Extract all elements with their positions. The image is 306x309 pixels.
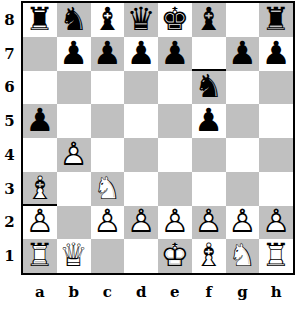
piece-black-pawn[interactable]: ♟︎ (23, 104, 57, 138)
square-g8[interactable] (226, 3, 260, 37)
square-c3[interactable]: ♞︎♘︎ (91, 172, 125, 206)
square-e4[interactable] (158, 138, 192, 172)
square-f2[interactable]: ♟︎♙︎ (192, 206, 226, 240)
square-d8[interactable]: ♛︎ (124, 3, 158, 37)
square-f5[interactable]: ♟︎ (192, 104, 226, 138)
piece-glyph: ♜︎ (26, 3, 55, 35)
piece-outline: ♙︎ (194, 206, 223, 238)
piece-outline: ♗︎ (26, 172, 55, 204)
square-d2[interactable]: ♟︎♙︎ (124, 206, 158, 240)
rank-label-7: 7 (0, 37, 19, 71)
square-h2[interactable]: ♟︎♙︎ (259, 206, 293, 240)
rank-label-3: 3 (0, 172, 19, 206)
square-a4[interactable] (23, 138, 57, 172)
piece-glyph: ♟︎ (228, 37, 257, 69)
piece-outline: ♕︎ (59, 239, 88, 271)
square-f8[interactable]: ♝︎ (192, 3, 226, 37)
piece-white-rook[interactable]: ♜︎♖︎ (259, 239, 293, 273)
square-f3[interactable] (192, 172, 226, 206)
piece-black-pawn[interactable]: ♟︎ (124, 37, 158, 71)
square-b8[interactable]: ♞︎ (57, 3, 91, 37)
square-f1[interactable]: ♝︎♗︎ (192, 239, 226, 273)
square-e2[interactable]: ♟︎♙︎ (158, 206, 192, 240)
piece-black-bishop[interactable]: ♝︎ (91, 3, 125, 37)
piece-black-pawn[interactable]: ♟︎ (57, 37, 91, 71)
file-label-e: e (158, 279, 192, 305)
piece-glyph: ♝︎ (194, 3, 223, 35)
square-d1[interactable] (124, 239, 158, 273)
piece-white-bishop[interactable]: ♝︎♗︎ (23, 172, 57, 206)
piece-glyph: ♜︎ (262, 3, 291, 35)
square-h8[interactable]: ♜︎ (259, 3, 293, 37)
piece-glyph: ♚︎ (161, 3, 190, 35)
square-e3[interactable] (158, 172, 192, 206)
piece-outline: ♗︎ (194, 239, 223, 271)
piece-glyph: ♟︎ (161, 37, 190, 69)
piece-white-pawn[interactable]: ♟︎♙︎ (259, 206, 293, 240)
piece-glyph: ♟︎ (26, 104, 55, 136)
piece-black-pawn[interactable]: ♟︎ (91, 37, 125, 71)
square-c4[interactable] (91, 138, 125, 172)
square-h1[interactable]: ♜︎♖︎ (259, 239, 293, 273)
piece-white-queen[interactable]: ♛︎♕︎ (57, 239, 91, 273)
square-e5[interactable] (158, 104, 192, 138)
square-h6[interactable] (259, 71, 293, 105)
piece-glyph: ♟︎ (93, 37, 122, 69)
square-d5[interactable] (124, 104, 158, 138)
piece-white-bishop[interactable]: ♝︎♗︎ (192, 239, 226, 273)
square-g1[interactable]: ♞︎♘︎ (226, 239, 260, 273)
square-c6[interactable] (91, 71, 125, 105)
square-e6[interactable] (158, 71, 192, 105)
square-c8[interactable]: ♝︎ (91, 3, 125, 37)
piece-outline: ♙︎ (26, 206, 55, 238)
rank-label-2: 2 (0, 206, 19, 240)
square-f4[interactable] (192, 138, 226, 172)
square-g4[interactable] (226, 138, 260, 172)
piece-outline: ♙︎ (262, 206, 291, 238)
piece-glyph: ♟︎ (59, 37, 88, 69)
piece-glyph: ♟︎ (194, 104, 223, 136)
piece-black-rook[interactable]: ♜︎ (23, 3, 57, 37)
square-f7[interactable] (192, 37, 226, 71)
square-h3[interactable] (259, 172, 293, 206)
piece-glyph: ♞︎ (59, 3, 88, 35)
rank-label-8: 8 (0, 3, 19, 37)
piece-outline: ♖︎ (262, 239, 291, 271)
square-b5[interactable] (57, 104, 91, 138)
file-label-f: f (192, 279, 226, 305)
piece-glyph: ♞︎ (194, 71, 223, 103)
piece-outline: ♖︎ (26, 239, 55, 271)
rank-label-1: 1 (0, 239, 19, 273)
square-a3[interactable]: ♝︎♗︎ (23, 172, 57, 206)
piece-outline: ♔︎ (161, 239, 190, 271)
square-h5[interactable] (259, 104, 293, 138)
piece-outline: ♙︎ (161, 206, 190, 238)
piece-outline: ♘︎ (93, 172, 122, 204)
square-g2[interactable]: ♟︎♙︎ (226, 206, 260, 240)
square-d7[interactable]: ♟︎ (124, 37, 158, 71)
piece-glyph: ♟︎ (262, 37, 291, 69)
file-label-b: b (57, 279, 91, 305)
piece-black-knight[interactable]: ♞︎ (192, 71, 226, 105)
square-f6[interactable]: ♞︎ (192, 71, 226, 105)
piece-glyph: ♟︎ (127, 37, 156, 69)
square-c2[interactable]: ♟︎♙︎ (91, 206, 125, 240)
square-e1[interactable]: ♚︎♔︎ (158, 239, 192, 273)
file-label-g: g (226, 279, 260, 305)
square-c5[interactable] (91, 104, 125, 138)
piece-white-knight[interactable]: ♞︎♘︎ (226, 239, 260, 273)
square-d3[interactable] (124, 172, 158, 206)
piece-white-pawn[interactable]: ♟︎♙︎ (23, 206, 57, 240)
piece-black-pawn[interactable]: ♟︎ (158, 37, 192, 71)
square-b3[interactable] (57, 172, 91, 206)
piece-outline: ♙︎ (228, 206, 257, 238)
piece-white-pawn[interactable]: ♟︎♙︎ (226, 206, 260, 240)
piece-outline: ♙︎ (127, 206, 156, 238)
square-b7[interactable]: ♟︎ (57, 37, 91, 71)
square-e8[interactable]: ♚︎ (158, 3, 192, 37)
file-label-d: d (124, 279, 158, 305)
square-a6[interactable] (23, 71, 57, 105)
file-label-c: c (91, 279, 125, 305)
file-label-h: h (259, 279, 293, 305)
piece-white-pawn[interactable]: ♟︎♙︎ (124, 206, 158, 240)
square-e7[interactable]: ♟︎ (158, 37, 192, 71)
rank-label-5: 5 (0, 104, 19, 138)
piece-outline: ♙︎ (93, 206, 122, 238)
piece-black-king[interactable]: ♚︎ (158, 3, 192, 37)
square-a7[interactable] (23, 37, 57, 71)
piece-glyph: ♛︎ (127, 3, 156, 35)
chess-board: ♜︎♞︎♝︎♛︎♚︎♝︎♜︎♟︎♟︎♟︎♟︎♟︎♟︎♞︎♟︎♟︎♟︎♙︎♝︎♗︎… (21, 1, 295, 275)
piece-outline: ♘︎ (228, 239, 257, 271)
piece-black-pawn[interactable]: ♟︎ (259, 37, 293, 71)
chess-diagram: ♜︎♞︎♝︎♛︎♚︎♝︎♜︎♟︎♟︎♟︎♟︎♟︎♟︎♞︎♟︎♟︎♟︎♙︎♝︎♗︎… (0, 0, 306, 309)
square-c7[interactable]: ♟︎ (91, 37, 125, 71)
square-c1[interactable] (91, 239, 125, 273)
piece-black-knight[interactable]: ♞︎ (57, 3, 91, 37)
square-h7[interactable]: ♟︎ (259, 37, 293, 71)
square-g6[interactable] (226, 71, 260, 105)
piece-black-rook[interactable]: ♜︎ (259, 3, 293, 37)
square-g7[interactable]: ♟︎ (226, 37, 260, 71)
square-a8[interactable]: ♜︎ (23, 3, 57, 37)
piece-outline: ♙︎ (59, 138, 88, 170)
piece-white-pawn[interactable]: ♟︎♙︎ (57, 138, 91, 172)
square-d4[interactable] (124, 138, 158, 172)
file-label-a: a (23, 279, 57, 305)
square-b1[interactable]: ♛︎♕︎ (57, 239, 91, 273)
piece-glyph: ♝︎ (93, 3, 122, 35)
square-a1[interactable]: ♜︎♖︎ (23, 239, 57, 273)
piece-white-pawn[interactable]: ♟︎♙︎ (91, 206, 125, 240)
square-b6[interactable] (57, 71, 91, 105)
piece-black-queen[interactable]: ♛︎ (124, 3, 158, 37)
square-a5[interactable]: ♟︎ (23, 104, 57, 138)
piece-white-king[interactable]: ♚︎♔︎ (158, 239, 192, 273)
square-g5[interactable] (226, 104, 260, 138)
piece-white-knight[interactable]: ♞︎♘︎ (91, 172, 125, 206)
square-b2[interactable] (57, 206, 91, 240)
square-b4[interactable]: ♟︎♙︎ (57, 138, 91, 172)
rank-label-6: 6 (0, 71, 19, 105)
piece-black-bishop[interactable]: ♝︎ (192, 3, 226, 37)
square-h4[interactable] (259, 138, 293, 172)
square-a2[interactable]: ♟︎♙︎ (23, 206, 57, 240)
piece-black-pawn[interactable]: ♟︎ (192, 104, 226, 138)
piece-white-rook[interactable]: ♜︎♖︎ (23, 239, 57, 273)
square-d6[interactable] (124, 71, 158, 105)
piece-white-pawn[interactable]: ♟︎♙︎ (192, 206, 226, 240)
piece-white-pawn[interactable]: ♟︎♙︎ (158, 206, 192, 240)
square-g3[interactable] (226, 172, 260, 206)
rank-label-4: 4 (0, 138, 19, 172)
piece-black-pawn[interactable]: ♟︎ (226, 37, 260, 71)
